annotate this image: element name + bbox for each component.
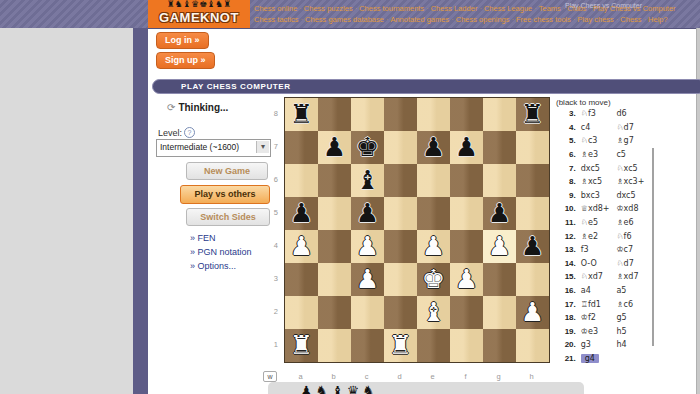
white-move: g3 xyxy=(581,340,591,349)
level-label: Level: xyxy=(158,128,182,138)
spinner-icon: ⟳ xyxy=(167,102,175,113)
nav-link-chess-tournaments[interactable]: Chess tournaments xyxy=(359,4,424,13)
nav-row-1: Chess online·Chess puzzles·Chess tournam… xyxy=(254,3,644,14)
move-row-10: 10.♕xd8+♔xd8 xyxy=(556,202,652,216)
file-label-d: d xyxy=(383,371,416,382)
move-row-6: 6.♗e3c5 xyxy=(556,148,652,162)
captured-pieces-tray: ♟♞♝♛♞ xyxy=(268,382,584,394)
square-d7[interactable] xyxy=(384,131,417,164)
white-move-cell: ♘c3 xyxy=(581,136,617,145)
square-h4[interactable]: ♟ xyxy=(516,230,549,263)
white-king-e3[interactable]: ♚ xyxy=(417,263,450,296)
black-pawn-g5[interactable]: ♟ xyxy=(483,197,516,230)
rank-label-4: 4 xyxy=(268,229,281,262)
nav-link-chess[interactable]: Chess xyxy=(620,15,641,24)
white-pawn-c3[interactable]: ♟ xyxy=(351,263,384,296)
white-move: ♘c3 xyxy=(581,136,598,145)
white-move-cell: ♗e3 xyxy=(581,150,617,159)
black-bishop-c6[interactable]: ♝ xyxy=(351,164,384,197)
square-f2[interactable] xyxy=(450,296,483,329)
white-move-cell: bxc3 xyxy=(581,191,617,200)
square-c3[interactable]: ♟ xyxy=(351,263,384,296)
nav-separator: · xyxy=(386,15,389,24)
square-f7[interactable]: ♟ xyxy=(450,131,483,164)
square-e6[interactable] xyxy=(417,164,450,197)
captured-piece-icon: ♝ xyxy=(331,383,344,394)
square-b3[interactable] xyxy=(318,263,351,296)
square-f1[interactable] xyxy=(450,329,483,362)
white-move: ♘xd7 xyxy=(581,272,603,281)
move-number: 19. xyxy=(556,327,581,336)
page: Play Chess vs Computer Chess online·Ches… xyxy=(0,0,700,394)
move-row-18: 18.♔f2g5 xyxy=(556,311,652,325)
black-move-cell: ♗c6 xyxy=(616,300,652,309)
black-move-cell: ♗xd7 xyxy=(616,272,652,281)
square-e1[interactable] xyxy=(417,329,450,362)
nav-link-help-[interactable]: Help? xyxy=(648,15,668,24)
black-move-cell: ♔c7 xyxy=(616,245,652,254)
square-c1[interactable] xyxy=(351,329,384,362)
white-pawn-g4[interactable]: ♟ xyxy=(483,230,516,263)
square-d1[interactable]: ♜ xyxy=(384,329,417,362)
level-label-row: Level:? xyxy=(158,127,195,138)
square-c6[interactable]: ♝ xyxy=(351,164,384,197)
white-bishop-e2[interactable]: ♝ xyxy=(417,296,450,329)
square-h2[interactable]: ♟ xyxy=(516,296,549,329)
white-move: bxc3 xyxy=(581,191,600,200)
pgn-notation-link[interactable]: » PGN notation xyxy=(190,247,252,257)
square-f4[interactable] xyxy=(450,230,483,263)
nav-link-chess-ladder[interactable]: Chess Ladder xyxy=(431,4,478,13)
square-a3[interactable] xyxy=(285,263,318,296)
square-h1[interactable] xyxy=(516,329,549,362)
white-move: dxc5 xyxy=(581,164,600,173)
black-move-cell: ♗g7 xyxy=(616,136,652,145)
square-b1[interactable] xyxy=(318,329,351,362)
white-move: O-O xyxy=(581,259,597,268)
move-number: 10. xyxy=(556,204,581,213)
move-number: 11. xyxy=(556,218,581,227)
move-list: 3.♘f3d64.c4♘d75.♘c3♗g76.♗e3c57.dxc5♘xc58… xyxy=(556,107,652,365)
white-move: ♗xc5 xyxy=(581,177,602,186)
square-g3[interactable] xyxy=(483,263,516,296)
main-nav: Chess online·Chess puzzles·Chess tournam… xyxy=(254,3,644,25)
file-label-g: g xyxy=(482,371,515,382)
black-pawn-h4[interactable]: ♟ xyxy=(516,230,549,263)
captured-piece-icon: ♛ xyxy=(347,383,360,394)
square-a2[interactable] xyxy=(285,296,318,329)
nav-link-chess-tactics[interactable]: Chess tactics xyxy=(254,15,299,24)
square-a8[interactable]: ♜ xyxy=(285,98,318,131)
square-e2[interactable]: ♝ xyxy=(417,296,450,329)
black-move-cell: a5 xyxy=(616,286,652,295)
new-game-button[interactable]: New Game xyxy=(186,162,268,180)
white-move-cell: ♖fd1 xyxy=(581,300,617,309)
white-move-cell: ♔f2 xyxy=(581,313,617,322)
level-select-value: Intermediate (~1600) xyxy=(160,142,239,152)
white-move-cell: a4 xyxy=(581,286,617,295)
nav-separator: · xyxy=(644,15,647,24)
rank-label-8: 8 xyxy=(268,97,281,130)
nav-link-chess-league[interactable]: Chess League xyxy=(484,4,532,13)
nav-separator: · xyxy=(512,15,515,24)
square-c8[interactable] xyxy=(351,98,384,131)
nav-link-chess-openings[interactable]: Chess openings xyxy=(456,15,510,24)
nav-row-2: Chess tactics·Chess games database·Annot… xyxy=(254,14,644,25)
white-rook-a1[interactable]: ♜ xyxy=(285,329,318,362)
black-move-cell: ♗e6 xyxy=(616,218,652,227)
white-move: ♔f2 xyxy=(581,313,596,322)
captured-piece-icon: ♞ xyxy=(316,383,329,394)
move-list-header: (black to move) xyxy=(556,98,611,107)
white-rook-d1[interactable]: ♜ xyxy=(384,329,417,362)
white-move-cell: g4 xyxy=(581,354,617,363)
white-pawn-f3[interactable]: ♟ xyxy=(450,263,483,296)
move-number: 13. xyxy=(556,245,581,254)
square-g2[interactable] xyxy=(483,296,516,329)
white-move: g4 xyxy=(581,354,599,363)
white-move: ♔e3 xyxy=(581,327,598,336)
move-row-16: 16.a4a5 xyxy=(556,284,652,298)
white-move: ♗e3 xyxy=(581,150,598,159)
move-number: 16. xyxy=(556,286,581,295)
move-number: 6. xyxy=(556,150,581,159)
nav-link-chess-online[interactable]: Chess online xyxy=(254,4,297,13)
engine-status-text: Thinking... xyxy=(178,102,228,113)
black-move-cell: h5 xyxy=(616,327,652,336)
move-row-13: 13.f3♔c7 xyxy=(556,243,652,257)
black-move-cell: ♘xc5 xyxy=(616,164,652,173)
square-f8[interactable] xyxy=(450,98,483,131)
nav-link-play-chess-vs-computer[interactable]: Play Chess vs Computer xyxy=(593,4,676,13)
page-left-margin xyxy=(0,28,133,394)
square-h6[interactable] xyxy=(516,164,549,197)
square-e7[interactable]: ♟ xyxy=(417,131,450,164)
square-d2[interactable] xyxy=(384,296,417,329)
square-e5[interactable] xyxy=(417,197,450,230)
move-row-17: 17.♖fd1♗c6 xyxy=(556,297,652,311)
rank-label-6: 6 xyxy=(268,163,281,196)
white-move-cell: ♘f3 xyxy=(581,109,617,118)
nav-separator: · xyxy=(563,4,566,13)
move-number: 7. xyxy=(556,164,581,173)
black-move-cell: c5 xyxy=(616,150,652,159)
square-a1[interactable]: ♜ xyxy=(285,329,318,362)
square-d5[interactable] xyxy=(384,197,417,230)
square-e8[interactable] xyxy=(417,98,450,131)
white-pawn-h2[interactable]: ♟ xyxy=(516,296,549,329)
nav-separator: · xyxy=(299,4,302,13)
square-d8[interactable] xyxy=(384,98,417,131)
black-pawn-c5[interactable]: ♟ xyxy=(351,197,384,230)
move-row-3: 3.♘f3d6 xyxy=(556,107,652,121)
white-move: a4 xyxy=(581,286,591,295)
help-icon[interactable]: ? xyxy=(184,127,195,138)
file-label-a: a xyxy=(284,371,317,382)
square-a5[interactable]: ♟ xyxy=(285,197,318,230)
square-g8[interactable] xyxy=(483,98,516,131)
black-move-cell: ♘d7 xyxy=(616,123,652,132)
white-move: ♗e2 xyxy=(581,232,598,241)
black-move-cell: ♘f6 xyxy=(616,232,652,241)
white-move-cell: ♘e5 xyxy=(581,218,617,227)
black-pawn-a5[interactable]: ♟ xyxy=(285,197,318,230)
nav-link-annotated-games[interactable]: Annotated games xyxy=(390,15,449,24)
square-h8[interactable]: ♜ xyxy=(516,98,549,131)
white-move: c4 xyxy=(581,123,591,132)
move-number: 20. xyxy=(556,340,581,349)
nav-separator: · xyxy=(479,4,482,13)
white-move-cell: ♔e3 xyxy=(581,327,617,336)
turn-badge: w xyxy=(263,371,277,382)
nav-link-play-chess[interactable]: Play chess xyxy=(578,15,614,24)
square-b2[interactable] xyxy=(318,296,351,329)
move-number: 17. xyxy=(556,300,581,309)
white-move: ♖fd1 xyxy=(581,300,601,309)
captured-piece-icon: ♞ xyxy=(362,383,375,394)
move-row-19: 19.♔e3h5 xyxy=(556,325,652,339)
white-move-cell: f3 xyxy=(581,245,617,254)
white-move: ♘f3 xyxy=(581,109,596,118)
file-label-h: h xyxy=(515,371,548,382)
rank-label-3: 3 xyxy=(268,262,281,295)
black-move-cell: dxc5 xyxy=(616,191,652,200)
white-move: ♘e5 xyxy=(581,218,598,227)
options-link[interactable]: » Options... xyxy=(190,261,236,271)
square-h5[interactable] xyxy=(516,197,549,230)
site-logo[interactable]: ♜♞♝♛♚♝♞♜ GAMEKNOT xyxy=(148,0,250,28)
move-row-7: 7.dxc5♘xc5 xyxy=(556,161,652,175)
white-move: ♕xd8+ xyxy=(581,204,610,213)
move-number: 21. xyxy=(556,354,581,363)
square-f6[interactable] xyxy=(450,164,483,197)
square-h7[interactable] xyxy=(516,131,549,164)
square-f5[interactable] xyxy=(450,197,483,230)
move-row-15: 15.♘xd7♗xd7 xyxy=(556,270,652,284)
move-row-14: 14.O-O♘d7 xyxy=(556,257,652,271)
square-b7[interactable]: ♟ xyxy=(318,131,351,164)
nav-link-chess-games-database[interactable]: Chess games database xyxy=(305,15,384,24)
white-pawn-a4[interactable]: ♟ xyxy=(285,230,318,263)
nav-link-clubs[interactable]: Clubs xyxy=(567,4,586,13)
nav-link-free-chess-tools[interactable]: Free chess tools xyxy=(516,15,571,24)
square-g6[interactable] xyxy=(483,164,516,197)
nav-separator: · xyxy=(573,15,576,24)
nav-link-teams[interactable]: Teams xyxy=(539,4,561,13)
move-number: 9. xyxy=(556,191,581,200)
black-move-cell: ♗xc3+ xyxy=(616,177,652,186)
square-d6[interactable] xyxy=(384,164,417,197)
move-number: 5. xyxy=(556,136,581,145)
black-pawn-f7[interactable]: ♟ xyxy=(450,131,483,164)
move-row-9: 9.bxc3dxc5 xyxy=(556,189,652,203)
nav-separator: · xyxy=(301,15,304,24)
move-row-20: 20.g3h4 xyxy=(556,338,652,352)
black-king-c7[interactable]: ♚ xyxy=(351,131,384,164)
rank-label-5: 5 xyxy=(268,196,281,229)
nav-separator: · xyxy=(534,4,537,13)
rank-label-7: 7 xyxy=(268,130,281,163)
nav-separator: · xyxy=(589,4,592,13)
square-g5[interactable]: ♟ xyxy=(483,197,516,230)
square-b8[interactable] xyxy=(318,98,351,131)
white-move-cell: c4 xyxy=(581,123,617,132)
move-row-11: 11.♘e5♗e6 xyxy=(556,216,652,230)
site-header: Play Chess vs Computer Chess online·Ches… xyxy=(0,0,700,29)
file-label-c: c xyxy=(350,371,383,382)
black-move-cell: ♔xd8 xyxy=(616,204,652,213)
white-move-cell: O-O xyxy=(581,259,617,268)
nav-separator: · xyxy=(426,4,429,13)
square-a4[interactable]: ♟ xyxy=(285,230,318,263)
play-vs-others-button[interactable]: Play vs others xyxy=(180,185,270,204)
move-number: 18. xyxy=(556,313,581,322)
move-number: 8. xyxy=(556,177,581,186)
nav-separator: · xyxy=(451,15,454,24)
black-move-cell: d6 xyxy=(616,109,652,118)
square-g4[interactable]: ♟ xyxy=(483,230,516,263)
white-move-cell: ♕xd8+ xyxy=(581,204,617,213)
rank-labels: 87654321 xyxy=(268,97,281,361)
move-number: 12. xyxy=(556,232,581,241)
square-c7[interactable]: ♚ xyxy=(351,131,384,164)
level-select[interactable]: Intermediate (~1600) ▾ xyxy=(156,139,271,157)
square-h3[interactable] xyxy=(516,263,549,296)
black-rook-h8[interactable]: ♜ xyxy=(516,98,549,131)
rank-label-1: 1 xyxy=(268,328,281,361)
nav-separator: · xyxy=(616,15,619,24)
square-g1[interactable] xyxy=(483,329,516,362)
square-f3[interactable]: ♟ xyxy=(450,263,483,296)
black-rook-a8[interactable]: ♜ xyxy=(285,98,318,131)
move-row-8: 8.♗xc5♗xc3+ xyxy=(556,175,652,189)
square-d3[interactable] xyxy=(384,263,417,296)
square-e4[interactable]: ♟ xyxy=(417,230,450,263)
file-label-f: f xyxy=(449,371,482,382)
fen-link[interactable]: » FEN xyxy=(190,233,216,243)
white-move-cell: dxc5 xyxy=(581,164,617,173)
white-move-cell: ♗xc5 xyxy=(581,177,617,186)
black-move-cell: ♘d7 xyxy=(616,259,652,268)
white-pawn-e4[interactable]: ♟ xyxy=(417,230,450,263)
black-move-cell: g5 xyxy=(616,313,652,322)
square-d4[interactable] xyxy=(384,230,417,263)
rank-label-2: 2 xyxy=(268,295,281,328)
chess-board: ♜♜♟♚♟♟♝♟♟♟♟♟♟♟♟♟♚♟♝♟♜♜ xyxy=(284,97,550,363)
logo-chess-pieces-icon: ♜♞♝♛♚♝♞♜ xyxy=(148,0,250,9)
square-a6[interactable] xyxy=(285,164,318,197)
white-move-cell: ♗e2 xyxy=(581,232,617,241)
square-b6[interactable] xyxy=(318,164,351,197)
logo-text: GAMEKNOT xyxy=(148,9,250,26)
section-title-bar: PLAY CHESS COMPUTER xyxy=(152,79,700,94)
square-a7[interactable] xyxy=(285,131,318,164)
move-number: 4. xyxy=(556,123,581,132)
black-move-cell: h4 xyxy=(616,340,652,349)
nav-link-chess-puzzles[interactable]: Chess puzzles xyxy=(304,4,353,13)
move-number: 14. xyxy=(556,259,581,268)
login-button[interactable]: Log in » xyxy=(156,32,209,49)
captured-piece-icon: ♟ xyxy=(300,383,313,394)
square-c5[interactable]: ♟ xyxy=(351,197,384,230)
black-pawn-e7[interactable]: ♟ xyxy=(417,131,450,164)
file-labels: abcdefgh xyxy=(284,371,548,382)
white-move-cell: g3 xyxy=(581,340,617,349)
white-pawn-c4[interactable]: ♟ xyxy=(351,230,384,263)
move-row-12: 12.♗e2♘f6 xyxy=(556,229,652,243)
page-border-strip xyxy=(133,28,148,394)
move-row-5: 5.♘c3♗g7 xyxy=(556,134,652,148)
square-e3[interactable]: ♚ xyxy=(417,263,450,296)
engine-status: ⟳Thinking... xyxy=(167,102,228,113)
nav-separator: · xyxy=(355,4,358,13)
signup-button[interactable]: Sign up » xyxy=(156,52,215,69)
square-c4[interactable]: ♟ xyxy=(351,230,384,263)
square-b5[interactable] xyxy=(318,197,351,230)
white-move: f3 xyxy=(581,245,589,254)
file-label-e: e xyxy=(416,371,449,382)
move-number: 15. xyxy=(556,272,581,281)
switch-sides-button[interactable]: Switch Sides xyxy=(186,208,270,226)
move-list-scrollbar[interactable] xyxy=(652,148,654,346)
move-row-21: 21.g4 xyxy=(556,352,652,366)
square-c2[interactable] xyxy=(351,296,384,329)
move-number: 3. xyxy=(556,109,581,118)
square-b4[interactable] xyxy=(318,230,351,263)
square-g7[interactable] xyxy=(483,131,516,164)
white-move-cell: ♘xd7 xyxy=(581,272,617,281)
move-row-4: 4.c4♘d7 xyxy=(556,121,652,135)
file-label-b: b xyxy=(317,371,350,382)
black-pawn-b7[interactable]: ♟ xyxy=(318,131,351,164)
